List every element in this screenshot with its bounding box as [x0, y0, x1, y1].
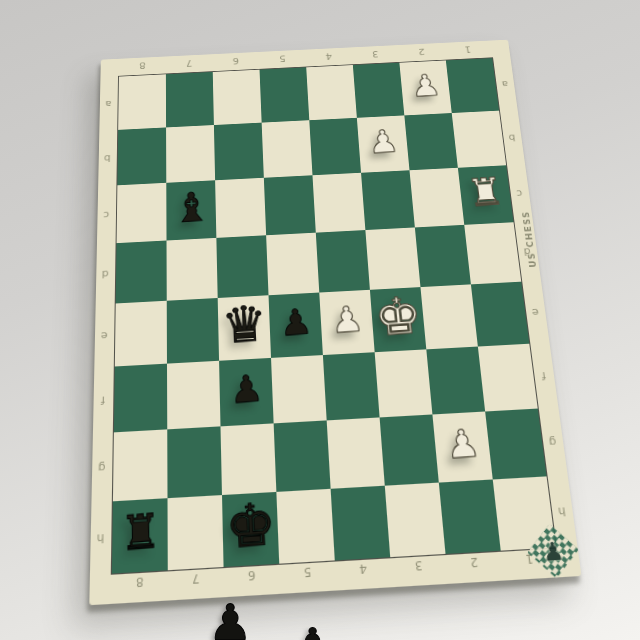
- black-rook-h8[interactable]: ♜: [119, 507, 161, 558]
- square-c2[interactable]: [409, 168, 464, 228]
- file-label: c: [98, 185, 115, 244]
- square-d7[interactable]: [167, 238, 218, 301]
- rank-label: 7: [166, 57, 213, 70]
- square-a6[interactable]: [213, 70, 262, 125]
- square-e1[interactable]: [471, 282, 529, 347]
- square-h4[interactable]: [331, 486, 391, 561]
- square-f5[interactable]: [271, 355, 327, 423]
- rank-label: 2: [398, 45, 445, 58]
- square-a4[interactable]: [306, 65, 357, 120]
- file-label: h: [91, 502, 110, 575]
- square-d1[interactable]: [464, 222, 521, 284]
- rank-label: 4: [335, 559, 392, 577]
- square-h3[interactable]: [385, 483, 446, 558]
- board-grid: ♟♟♝♜♛♟♟♚♟♟♜♚: [112, 58, 556, 573]
- rank-label: 3: [352, 48, 399, 61]
- square-b6[interactable]: [214, 123, 264, 181]
- square-h2[interactable]: [439, 479, 501, 553]
- square-h8[interactable]: ♜: [112, 498, 168, 573]
- square-a7[interactable]: [166, 72, 214, 127]
- square-c8[interactable]: [117, 183, 167, 243]
- square-f3[interactable]: [375, 349, 433, 417]
- square-e7[interactable]: [167, 298, 219, 364]
- white-rook-c1[interactable]: ♜: [465, 173, 506, 213]
- square-a1[interactable]: [446, 58, 499, 113]
- rank-label: 2: [446, 553, 503, 571]
- square-g1[interactable]: [485, 409, 546, 480]
- square-b2[interactable]: [404, 113, 458, 170]
- square-b7[interactable]: [166, 125, 215, 183]
- square-d4[interactable]: [316, 230, 370, 292]
- square-g8[interactable]: [113, 429, 168, 501]
- square-b1[interactable]: [452, 111, 506, 168]
- square-f4[interactable]: [323, 352, 380, 420]
- square-e4[interactable]: ♟: [319, 290, 374, 355]
- rank-label: 5: [259, 52, 306, 65]
- rank-label: 6: [224, 566, 280, 584]
- white-pawn-a2[interactable]: ♟: [408, 70, 442, 102]
- white-pawn-g2[interactable]: ♟: [443, 424, 482, 465]
- square-h6[interactable]: ♚: [222, 492, 279, 567]
- square-g7[interactable]: [167, 426, 222, 498]
- square-d5[interactable]: [266, 233, 319, 296]
- white-king-e3[interactable]: ♚: [372, 289, 424, 343]
- square-d3[interactable]: [365, 227, 420, 289]
- chess-board: 87654321 87654321 abcdefgh abcdefgh ♟♟♝♜…: [89, 40, 581, 606]
- black-king-h6[interactable]: ♚: [224, 495, 277, 557]
- square-c4[interactable]: [312, 173, 365, 233]
- square-b3[interactable]: ♟: [357, 115, 410, 172]
- square-e5[interactable]: ♟: [269, 293, 323, 358]
- rank-label: 7: [168, 569, 224, 587]
- square-c3[interactable]: [361, 170, 415, 230]
- photo-scene: 87654321 87654321 abcdefgh abcdefgh ♟♟♝♜…: [0, 0, 640, 640]
- square-e8[interactable]: [115, 301, 167, 367]
- square-a8[interactable]: [118, 74, 166, 130]
- square-h5[interactable]: [276, 489, 334, 564]
- square-a5[interactable]: [260, 67, 310, 122]
- square-a2[interactable]: ♟: [399, 60, 451, 115]
- file-label: f: [94, 367, 112, 434]
- square-f8[interactable]: [114, 364, 167, 433]
- square-d8[interactable]: [116, 241, 167, 304]
- square-b5[interactable]: [262, 120, 313, 178]
- rank-label: 8: [112, 573, 168, 591]
- square-e2[interactable]: [420, 284, 477, 349]
- square-f1[interactable]: [478, 344, 538, 412]
- square-g6[interactable]: [220, 423, 276, 495]
- square-b8[interactable]: [117, 127, 166, 185]
- square-f6[interactable]: ♟: [219, 358, 274, 426]
- square-g2[interactable]: ♟: [432, 412, 492, 483]
- white-pawn-e4[interactable]: ♟: [329, 301, 365, 339]
- black-bishop-c7[interactable]: ♝: [171, 187, 211, 229]
- white-pawn-b3[interactable]: ♟: [366, 126, 400, 159]
- rank-label: 5: [279, 563, 335, 581]
- square-d6[interactable]: [216, 235, 268, 298]
- captured-black-pawn: ♟: [292, 622, 333, 640]
- square-e3[interactable]: ♚: [370, 287, 426, 352]
- square-a3[interactable]: [353, 63, 404, 118]
- square-e6[interactable]: ♛: [218, 295, 271, 361]
- captured-black-pawn: ♟: [208, 598, 253, 640]
- square-c5[interactable]: [264, 175, 316, 235]
- file-label: e: [95, 304, 112, 368]
- rank-label: 4: [305, 50, 352, 63]
- square-d2[interactable]: [415, 225, 471, 287]
- square-h7[interactable]: [168, 495, 224, 570]
- rank-label: 8: [119, 59, 166, 72]
- logo-pawn-icon: ♟: [541, 536, 566, 566]
- square-g4[interactable]: [327, 417, 385, 488]
- square-c7[interactable]: ♝: [166, 180, 216, 240]
- file-label: a: [100, 77, 116, 131]
- rank-label: 1: [444, 43, 491, 56]
- square-c6[interactable]: [215, 178, 266, 238]
- rank-labels-top: 87654321: [101, 40, 508, 60]
- square-f2[interactable]: [426, 347, 485, 415]
- square-f7[interactable]: [167, 361, 221, 430]
- black-queen-e6[interactable]: ♛: [220, 299, 268, 351]
- file-label: g: [93, 433, 111, 503]
- square-c1[interactable]: ♜: [458, 165, 514, 225]
- square-g5[interactable]: [274, 420, 331, 492]
- black-pawn-f6[interactable]: ♟: [228, 370, 263, 409]
- file-label: d: [97, 243, 114, 304]
- file-label: b: [99, 130, 115, 186]
- square-b4[interactable]: [309, 118, 361, 175]
- rank-label: 3: [390, 556, 447, 574]
- rank-label: 6: [212, 54, 259, 67]
- black-pawn-e5[interactable]: ♟: [278, 304, 313, 342]
- square-g3[interactable]: [380, 414, 439, 485]
